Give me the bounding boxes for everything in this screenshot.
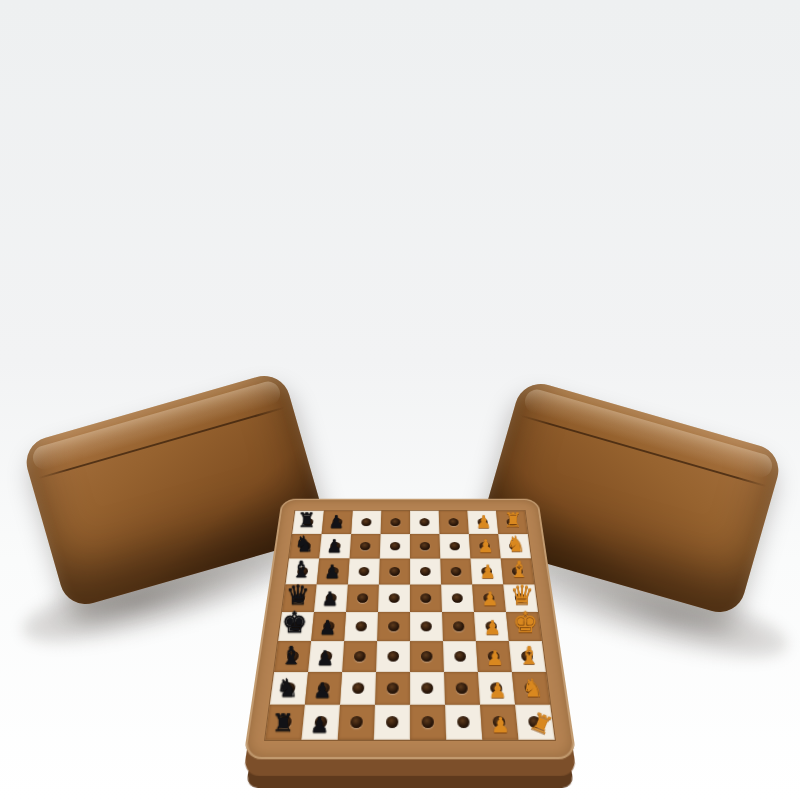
peg-hole	[388, 621, 399, 631]
square-b8: ♞	[289, 534, 322, 559]
piece-black-pawn-f7: ♟	[316, 648, 334, 668]
peg-hole	[389, 593, 400, 602]
piece-black-rook-a8: ♜	[298, 510, 316, 530]
piece-black-queen-d8: ♛	[286, 581, 310, 608]
peg-hole	[352, 683, 364, 694]
square-c5	[379, 559, 410, 585]
piece-white-pawn-e2: ♟	[484, 618, 502, 638]
square-f4	[410, 641, 444, 672]
piece-black-knight-b8: ♞	[294, 533, 314, 555]
square-f3	[443, 641, 478, 672]
square-g2: ♟	[478, 672, 515, 705]
piece-black-pawn-c7: ♟	[324, 563, 341, 581]
square-g6	[340, 672, 376, 705]
piece-white-rook-a1: ♜	[504, 510, 522, 530]
square-d3	[441, 585, 474, 612]
square-e5	[377, 612, 410, 641]
square-f2: ♟	[476, 641, 512, 672]
peg-hole	[421, 683, 433, 694]
peg-hole	[350, 716, 363, 728]
peg-hole	[421, 621, 432, 631]
square-e8: ♚	[278, 612, 314, 641]
peg-hole	[355, 621, 367, 631]
square-f5	[376, 641, 410, 672]
square-h5	[374, 705, 410, 740]
square-g8: ♞	[270, 672, 308, 705]
piece-white-pawn-d2: ♟	[482, 589, 499, 608]
board-leather-frame: ♜♟♟♜♞♟♟♞♝♟♟♝♛♟♟♛♚♟♟♚♝♟♟♝♞♟♟♞♜♟♟♜	[243, 499, 577, 760]
square-g3	[444, 672, 480, 705]
piece-white-knight-b1: ♞	[506, 533, 526, 555]
piece-black-pawn-a7: ♟	[328, 513, 344, 530]
square-d6	[346, 585, 379, 612]
peg-hole	[358, 567, 369, 576]
peg-hole	[354, 651, 366, 662]
square-f8: ♝	[274, 641, 311, 672]
square-e7: ♟	[311, 612, 346, 641]
square-a3	[439, 511, 469, 534]
piece-white-bishop-c1: ♝	[509, 559, 529, 581]
square-e3	[442, 612, 476, 641]
piece-white-pawn-h2: ♟	[491, 714, 510, 735]
piece-black-pawn-e7: ♟	[319, 618, 337, 638]
piece-black-knight-g8: ♞	[276, 676, 299, 701]
square-b4	[410, 534, 440, 559]
peg-hole	[361, 518, 371, 526]
peg-hole	[387, 683, 399, 694]
peg-hole	[420, 542, 430, 550]
peg-hole	[419, 518, 429, 526]
square-d2: ♟	[472, 585, 506, 612]
square-f6	[342, 641, 377, 672]
peg-hole	[389, 567, 400, 576]
product-photo-scene: ♜♟♟♜♞♟♟♞♝♟♟♝♛♟♟♛♚♟♟♚♝♟♟♝♞♟♟♞♜♟♟♜	[0, 0, 800, 800]
chess-board: ♜♟♟♜♞♟♟♞♝♟♟♝♛♟♟♛♚♟♟♚♝♟♟♝♞♟♟♞♜♟♟♜	[264, 510, 556, 741]
square-b1: ♞	[498, 534, 531, 559]
piece-white-bishop-f1: ♝	[518, 644, 540, 668]
square-a2: ♟	[467, 511, 498, 534]
square-h7: ♟	[301, 705, 339, 740]
peg-hole	[457, 716, 470, 728]
square-h1: ♜	[515, 705, 555, 740]
piece-white-knight-g1: ♞	[521, 676, 544, 701]
peg-hole	[420, 567, 431, 576]
piece-white-pawn-g2: ♟	[488, 680, 507, 701]
square-a5	[381, 511, 410, 534]
piece-black-bishop-c8: ♝	[291, 559, 311, 581]
peg-hole	[390, 518, 400, 526]
piece-black-pawn-h7: ♟	[310, 714, 329, 735]
square-h6	[338, 705, 375, 740]
square-h2: ♟	[480, 705, 518, 740]
square-h4	[410, 705, 446, 740]
piece-black-rook-h8: ♜	[272, 711, 294, 736]
piece-black-pawn-g7: ♟	[313, 680, 332, 701]
square-g1: ♞	[512, 672, 550, 705]
square-h3	[445, 705, 482, 740]
square-d4	[410, 585, 442, 612]
piece-white-rook-h1: ♜	[526, 709, 556, 740]
piece-white-pawn-f2: ♟	[486, 648, 504, 668]
peg-hole	[386, 716, 398, 728]
piece-white-queen-d1: ♛	[510, 581, 534, 608]
peg-hole	[449, 542, 460, 550]
piece-black-pawn-d7: ♟	[321, 589, 338, 608]
square-g5	[375, 672, 410, 705]
case-lid-seam-right	[520, 415, 766, 487]
square-c2: ♟	[471, 559, 504, 585]
peg-hole	[456, 683, 468, 694]
square-g7: ♟	[305, 672, 342, 705]
piece-black-bishop-f8: ♝	[280, 644, 302, 668]
peg-hole	[420, 593, 431, 602]
square-b3	[439, 534, 470, 559]
square-b7: ♟	[319, 534, 351, 559]
square-c6	[348, 559, 380, 585]
square-d7: ♟	[314, 585, 348, 612]
square-f1: ♝	[509, 641, 546, 672]
peg-hole	[448, 518, 458, 526]
piece-black-pawn-b7: ♟	[326, 537, 342, 555]
square-a7: ♟	[322, 511, 353, 534]
square-d5	[378, 585, 410, 612]
peg-hole	[454, 651, 466, 662]
square-b2: ♟	[469, 534, 501, 559]
piece-white-king-e1: ♚	[512, 609, 538, 638]
square-g4	[410, 672, 445, 705]
peg-hole	[421, 651, 433, 662]
peg-hole	[390, 542, 400, 550]
square-e4	[410, 612, 443, 641]
square-e1: ♚	[506, 612, 542, 641]
piece-white-pawn-a2: ♟	[476, 513, 492, 530]
peg-hole	[360, 542, 371, 550]
square-b5	[380, 534, 410, 559]
piece-black-king-e8: ♚	[282, 609, 308, 638]
square-e2: ♟	[474, 612, 509, 641]
square-a6	[351, 511, 381, 534]
square-h8: ♜	[265, 705, 305, 740]
piece-white-pawn-b2: ♟	[478, 537, 494, 555]
case-lid-seam-left	[38, 407, 284, 479]
peg-hole	[387, 651, 399, 662]
peg-hole	[451, 567, 462, 576]
chess-board-tilt: ♜♟♟♜♞♟♟♞♝♟♟♝♛♟♟♛♚♟♟♚♝♟♟♝♞♟♟♞♜♟♟♜	[243, 499, 577, 760]
peg-hole	[452, 593, 463, 602]
square-f7: ♟	[308, 641, 344, 672]
peg-hole	[422, 716, 434, 728]
square-c7: ♟	[317, 559, 350, 585]
square-a4	[410, 511, 439, 534]
square-c3	[440, 559, 472, 585]
square-c4	[410, 559, 441, 585]
square-b6	[349, 534, 380, 559]
peg-hole	[453, 621, 465, 631]
square-e6	[344, 612, 378, 641]
peg-hole	[357, 593, 368, 602]
piece-white-pawn-c2: ♟	[480, 563, 497, 581]
